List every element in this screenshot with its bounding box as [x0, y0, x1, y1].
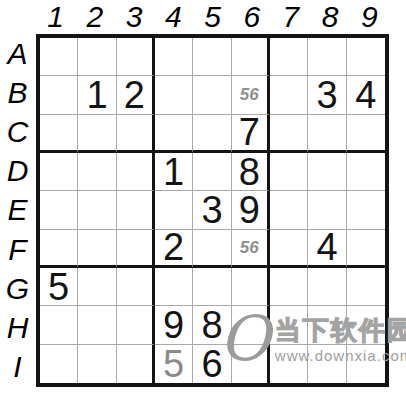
cell-I3[interactable]	[117, 345, 155, 383]
cell-A2[interactable]	[78, 38, 116, 76]
cell-E9[interactable]	[347, 191, 385, 229]
cell-E4[interactable]	[155, 191, 193, 229]
cell-D8[interactable]	[308, 153, 346, 191]
digit-F8: 4	[316, 230, 337, 267]
cell-D1[interactable]	[40, 153, 78, 191]
cell-F8[interactable]: 4	[308, 230, 346, 268]
cell-A6[interactable]	[232, 38, 270, 76]
cell-C7[interactable]	[270, 115, 308, 153]
cell-H7[interactable]	[270, 306, 308, 344]
cell-B2[interactable]: 1	[78, 76, 116, 114]
cell-C1[interactable]	[40, 115, 78, 153]
cell-F5[interactable]	[193, 230, 231, 268]
cell-G2[interactable]	[78, 268, 116, 306]
row-label-E: E	[0, 191, 35, 230]
cell-G6[interactable]	[232, 268, 270, 306]
cell-A7[interactable]	[270, 38, 308, 76]
row-label-C: C	[0, 112, 35, 151]
cell-G5[interactable]	[193, 268, 231, 306]
cell-H2[interactable]	[78, 306, 116, 344]
cell-I7[interactable]	[270, 345, 308, 383]
col-label-4: 4	[154, 0, 193, 33]
cell-E8[interactable]	[308, 191, 346, 229]
digit-B3: 2	[124, 76, 145, 114]
cell-C9[interactable]	[347, 115, 385, 153]
col-label-8: 8	[311, 0, 350, 33]
cell-D3[interactable]	[117, 153, 155, 191]
cell-I4[interactable]: 5	[155, 345, 193, 383]
cell-E1[interactable]	[40, 191, 78, 229]
col-label-1: 1	[36, 0, 75, 33]
row-label-B: B	[0, 73, 35, 112]
cell-E3[interactable]	[117, 191, 155, 229]
cell-H6[interactable]	[232, 306, 270, 344]
cell-B9[interactable]: 4	[347, 76, 385, 114]
cell-F3[interactable]	[117, 230, 155, 268]
col-label-2: 2	[75, 0, 114, 33]
row-label-A: A	[0, 34, 35, 73]
digit-B2: 1	[86, 76, 107, 114]
cell-H5[interactable]: 8	[193, 306, 231, 344]
cell-D6[interactable]: 8	[232, 153, 270, 191]
digit-E6: 9	[239, 191, 260, 229]
digit-F4: 2	[163, 230, 184, 267]
col-label-5: 5	[193, 0, 232, 33]
cell-C5[interactable]	[193, 115, 231, 153]
cell-I5[interactable]: 6	[193, 345, 231, 383]
cell-C8[interactable]	[308, 115, 346, 153]
row-label-G: G	[0, 269, 35, 308]
digit-D6: 8	[239, 153, 260, 191]
cell-C2[interactable]	[78, 115, 116, 153]
cell-H8[interactable]	[308, 306, 346, 344]
digit-D4: 1	[163, 153, 184, 191]
cell-E6[interactable]: 9	[232, 191, 270, 229]
cell-A5[interactable]	[193, 38, 231, 76]
digit-B8: 3	[316, 76, 337, 114]
digit-B9: 4	[355, 76, 376, 114]
col-label-6: 6	[232, 0, 271, 33]
digit-E5: 3	[201, 191, 222, 229]
row-labels: ABCDEFGHI	[0, 34, 35, 387]
digit-H5: 8	[201, 306, 222, 344]
cell-D9[interactable]	[347, 153, 385, 191]
sudoku-board: 12563471839256459856	[36, 34, 389, 387]
cell-D5[interactable]	[193, 153, 231, 191]
pencil-marks-F6: 56	[240, 239, 259, 256]
cell-I8[interactable]	[308, 345, 346, 383]
column-labels: 123456789	[36, 0, 389, 33]
cell-G4[interactable]	[155, 268, 193, 306]
cell-E2[interactable]	[78, 191, 116, 229]
digit-H4: 9	[163, 306, 184, 344]
cell-F2[interactable]	[78, 230, 116, 268]
digit-I4: 5	[163, 345, 184, 383]
cell-A8[interactable]	[308, 38, 346, 76]
row-label-D: D	[0, 152, 35, 191]
digit-C6: 7	[239, 115, 260, 152]
cell-D2[interactable]	[78, 153, 116, 191]
cell-H3[interactable]	[117, 306, 155, 344]
cell-B1[interactable]	[40, 76, 78, 114]
cell-G9[interactable]	[347, 268, 385, 306]
cell-A9[interactable]	[347, 38, 385, 76]
cell-A3[interactable]	[117, 38, 155, 76]
cell-F9[interactable]	[347, 230, 385, 268]
cell-G1[interactable]: 5	[40, 268, 78, 306]
cell-I6[interactable]	[232, 345, 270, 383]
cell-F7[interactable]	[270, 230, 308, 268]
cell-B4[interactable]	[155, 76, 193, 114]
cell-F6[interactable]: 56	[232, 230, 270, 268]
cell-E7[interactable]	[270, 191, 308, 229]
cell-B7[interactable]	[270, 76, 308, 114]
cell-B3[interactable]: 2	[117, 76, 155, 114]
cell-I2[interactable]	[78, 345, 116, 383]
cell-H1[interactable]	[40, 306, 78, 344]
pencil-marks-B6: 56	[240, 86, 259, 103]
cell-H9[interactable]	[347, 306, 385, 344]
row-label-H: H	[0, 309, 35, 348]
row-label-F: F	[0, 230, 35, 269]
cell-B6[interactable]: 56	[232, 76, 270, 114]
cell-H4[interactable]: 9	[155, 306, 193, 344]
cell-B8[interactable]: 3	[308, 76, 346, 114]
row-label-I: I	[0, 348, 35, 387]
digit-I5: 6	[201, 345, 222, 383]
cell-I9[interactable]	[347, 345, 385, 383]
cell-F4[interactable]: 2	[155, 230, 193, 268]
cell-F1[interactable]	[40, 230, 78, 268]
cell-D7[interactable]	[270, 153, 308, 191]
cell-G7[interactable]	[270, 268, 308, 306]
cell-C6[interactable]: 7	[232, 115, 270, 153]
cell-B5[interactable]	[193, 76, 231, 114]
cell-A4[interactable]	[155, 38, 193, 76]
col-label-7: 7	[271, 0, 310, 33]
col-label-3: 3	[114, 0, 153, 33]
cell-A1[interactable]	[40, 38, 78, 76]
cell-G8[interactable]	[308, 268, 346, 306]
cell-I1[interactable]	[40, 345, 78, 383]
col-label-9: 9	[350, 0, 389, 33]
cell-C4[interactable]	[155, 115, 193, 153]
digit-G1: 5	[48, 268, 69, 306]
cell-D4[interactable]: 1	[155, 153, 193, 191]
cell-E5[interactable]: 3	[193, 191, 231, 229]
cell-C3[interactable]	[117, 115, 155, 153]
cell-G3[interactable]	[117, 268, 155, 306]
sudoku-puzzle: 123456789 ABCDEFGHI 12563471839256459856…	[0, 0, 406, 393]
